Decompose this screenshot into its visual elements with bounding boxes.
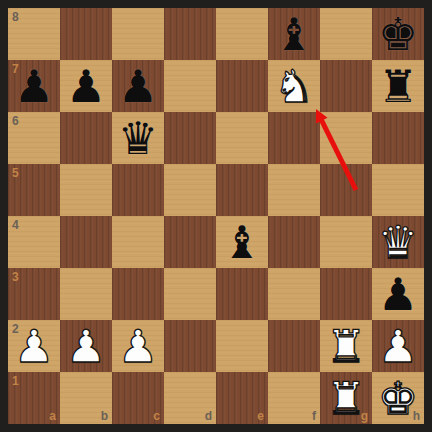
square-f1[interactable]: f xyxy=(268,372,320,424)
square-c1[interactable]: c xyxy=(112,372,164,424)
file-label-a: a xyxy=(49,409,56,423)
square-g3[interactable] xyxy=(320,268,372,320)
square-e8[interactable] xyxy=(216,8,268,60)
file-label-h: h xyxy=(413,409,420,423)
square-b7[interactable]: ♟ xyxy=(60,60,112,112)
square-h4[interactable]: ♛ xyxy=(372,216,424,268)
square-h8[interactable]: ♚ xyxy=(372,8,424,60)
square-b5[interactable] xyxy=(60,164,112,216)
rank-label-2: 2 xyxy=(12,322,19,336)
square-g8[interactable] xyxy=(320,8,372,60)
black-pawn[interactable]: ♟ xyxy=(112,60,164,112)
white-pawn[interactable]: ♟ xyxy=(372,320,424,372)
square-d6[interactable] xyxy=(164,112,216,164)
white-pawn[interactable]: ♟ xyxy=(112,320,164,372)
square-g4[interactable] xyxy=(320,216,372,268)
square-h5[interactable] xyxy=(372,164,424,216)
square-a2[interactable]: 2♟ xyxy=(8,320,60,372)
white-pawn[interactable]: ♟ xyxy=(60,320,112,372)
square-e7[interactable] xyxy=(216,60,268,112)
square-a4[interactable]: 4 xyxy=(8,216,60,268)
square-c3[interactable] xyxy=(112,268,164,320)
square-g2[interactable]: ♜ xyxy=(320,320,372,372)
square-e1[interactable]: e xyxy=(216,372,268,424)
square-f7[interactable]: ♞ xyxy=(268,60,320,112)
square-a3[interactable]: 3 xyxy=(8,268,60,320)
square-g6[interactable] xyxy=(320,112,372,164)
rank-label-8: 8 xyxy=(12,10,19,24)
rank-label-3: 3 xyxy=(12,270,19,284)
file-label-g: g xyxy=(361,409,368,423)
square-a1[interactable]: 1a xyxy=(8,372,60,424)
white-rook[interactable]: ♜ xyxy=(320,320,372,372)
square-d1[interactable]: d xyxy=(164,372,216,424)
square-d4[interactable] xyxy=(164,216,216,268)
black-pawn[interactable]: ♟ xyxy=(60,60,112,112)
square-e6[interactable] xyxy=(216,112,268,164)
square-c2[interactable]: ♟ xyxy=(112,320,164,372)
square-b2[interactable]: ♟ xyxy=(60,320,112,372)
square-d8[interactable] xyxy=(164,8,216,60)
square-g5[interactable] xyxy=(320,164,372,216)
square-g1[interactable]: g♜ xyxy=(320,372,372,424)
file-label-d: d xyxy=(205,409,212,423)
square-f4[interactable] xyxy=(268,216,320,268)
square-c5[interactable] xyxy=(112,164,164,216)
square-a7[interactable]: 7♟ xyxy=(8,60,60,112)
square-c8[interactable] xyxy=(112,8,164,60)
file-label-e: e xyxy=(257,409,264,423)
square-b1[interactable]: b xyxy=(60,372,112,424)
square-d7[interactable] xyxy=(164,60,216,112)
square-e5[interactable] xyxy=(216,164,268,216)
file-label-b: b xyxy=(101,409,108,423)
square-a5[interactable]: 5 xyxy=(8,164,60,216)
square-b3[interactable] xyxy=(60,268,112,320)
black-pawn[interactable]: ♟ xyxy=(372,268,424,320)
square-c4[interactable] xyxy=(112,216,164,268)
square-a8[interactable]: 8 xyxy=(8,8,60,60)
square-f5[interactable] xyxy=(268,164,320,216)
square-b6[interactable] xyxy=(60,112,112,164)
file-label-c: c xyxy=(153,409,160,423)
square-d3[interactable] xyxy=(164,268,216,320)
square-h2[interactable]: ♟ xyxy=(372,320,424,372)
square-f8[interactable]: ♝ xyxy=(268,8,320,60)
black-rook[interactable]: ♜ xyxy=(372,60,424,112)
square-f6[interactable] xyxy=(268,112,320,164)
rank-label-5: 5 xyxy=(12,166,19,180)
rank-label-4: 4 xyxy=(12,218,19,232)
square-h1[interactable]: h♚ xyxy=(372,372,424,424)
chess-board-frame: 8♝♚7♟♟♟♞♜6♛54♝♛3♟2♟♟♟♜♟1abcdefg♜h♚ xyxy=(0,0,432,432)
square-g7[interactable] xyxy=(320,60,372,112)
square-b4[interactable] xyxy=(60,216,112,268)
white-knight[interactable]: ♞ xyxy=(268,60,320,112)
rank-label-7: 7 xyxy=(12,62,19,76)
black-bishop[interactable]: ♝ xyxy=(268,8,320,60)
square-h7[interactable]: ♜ xyxy=(372,60,424,112)
rank-label-6: 6 xyxy=(12,114,19,128)
square-d5[interactable] xyxy=(164,164,216,216)
square-a6[interactable]: 6 xyxy=(8,112,60,164)
black-queen[interactable]: ♛ xyxy=(112,112,164,164)
chess-board: 8♝♚7♟♟♟♞♜6♛54♝♛3♟2♟♟♟♜♟1abcdefg♜h♚ xyxy=(8,8,424,424)
square-e3[interactable] xyxy=(216,268,268,320)
white-queen[interactable]: ♛ xyxy=(372,216,424,268)
square-c7[interactable]: ♟ xyxy=(112,60,164,112)
rank-label-1: 1 xyxy=(12,374,19,388)
black-bishop[interactable]: ♝ xyxy=(216,216,268,268)
square-b8[interactable] xyxy=(60,8,112,60)
square-e2[interactable] xyxy=(216,320,268,372)
square-f3[interactable] xyxy=(268,268,320,320)
file-label-f: f xyxy=(312,409,316,423)
square-d2[interactable] xyxy=(164,320,216,372)
square-h6[interactable] xyxy=(372,112,424,164)
square-h3[interactable]: ♟ xyxy=(372,268,424,320)
square-f2[interactable] xyxy=(268,320,320,372)
black-king[interactable]: ♚ xyxy=(372,8,424,60)
square-e4[interactable]: ♝ xyxy=(216,216,268,268)
square-c6[interactable]: ♛ xyxy=(112,112,164,164)
